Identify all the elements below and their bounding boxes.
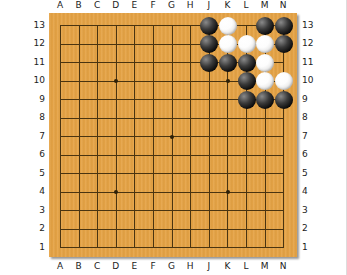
intersection-B5[interactable]	[70, 165, 88, 183]
intersection-L3[interactable]	[238, 202, 256, 220]
row-label-left-8: 8	[29, 112, 45, 123]
intersection-D10[interactable]	[107, 72, 125, 90]
intersection-E1[interactable]	[126, 239, 144, 257]
black-stone-L9	[238, 91, 256, 109]
intersection-F2[interactable]	[145, 220, 163, 238]
intersection-F9[interactable]	[145, 91, 163, 109]
intersection-A9[interactable]	[52, 91, 70, 109]
row-label-left-11: 11	[29, 57, 45, 68]
intersection-J1[interactable]	[200, 239, 218, 257]
col-label-top-L: L	[238, 0, 254, 11]
intersection-J7[interactable]	[200, 128, 218, 146]
row-label-left-9: 9	[29, 94, 45, 105]
white-stone-L12	[238, 35, 256, 53]
intersection-H11[interactable]	[182, 54, 200, 72]
intersection-N1[interactable]	[275, 239, 293, 257]
intersection-M2[interactable]	[256, 220, 274, 238]
intersection-A1[interactable]	[52, 239, 70, 257]
intersection-A10[interactable]	[52, 72, 70, 90]
intersection-D2[interactable]	[107, 220, 125, 238]
intersection-C5[interactable]	[89, 165, 107, 183]
row-label-left-12: 12	[29, 38, 45, 49]
intersection-L2[interactable]	[238, 220, 256, 238]
intersection-G13[interactable]	[163, 17, 181, 35]
intersection-F10[interactable]	[145, 72, 163, 90]
intersection-L11[interactable]	[238, 54, 256, 72]
intersection-B11[interactable]	[70, 54, 88, 72]
intersection-E8[interactable]	[126, 109, 144, 127]
intersection-M5[interactable]	[256, 165, 274, 183]
intersection-A6[interactable]	[52, 146, 70, 164]
intersection-F11[interactable]	[145, 54, 163, 72]
intersection-J11[interactable]	[200, 54, 218, 72]
black-stone-N12	[275, 35, 293, 53]
intersection-A12[interactable]	[52, 35, 70, 53]
row-label-left-4: 4	[29, 186, 45, 197]
col-label-bottom-L: L	[238, 261, 254, 272]
intersection-H4[interactable]	[182, 183, 200, 201]
col-label-bottom-H: H	[182, 261, 198, 272]
black-stone-N13	[275, 17, 293, 35]
col-label-top-A: A	[52, 0, 68, 11]
col-label-bottom-D: D	[108, 261, 124, 272]
intersection-D5[interactable]	[107, 165, 125, 183]
col-label-bottom-A: A	[52, 261, 68, 272]
black-stone-L10	[238, 72, 256, 90]
row-label-right-6: 6	[302, 149, 318, 160]
intersection-M4[interactable]	[256, 183, 274, 201]
intersection-A8[interactable]	[52, 109, 70, 127]
intersection-L5[interactable]	[238, 165, 256, 183]
intersection-D3[interactable]	[107, 202, 125, 220]
intersection-G1[interactable]	[163, 239, 181, 257]
black-stone-J12	[200, 35, 218, 53]
intersection-M12[interactable]	[256, 35, 274, 53]
intersection-K6[interactable]	[219, 146, 237, 164]
intersection-L1[interactable]	[238, 239, 256, 257]
intersection-C11[interactable]	[89, 54, 107, 72]
intersection-M8[interactable]	[256, 109, 274, 127]
row-label-left-13: 13	[29, 20, 45, 31]
intersection-F13[interactable]	[145, 17, 163, 35]
intersection-L10[interactable]	[238, 72, 256, 90]
intersection-C3[interactable]	[89, 202, 107, 220]
intersection-K9[interactable]	[219, 91, 237, 109]
intersection-H8[interactable]	[182, 109, 200, 127]
intersection-N4[interactable]	[275, 183, 293, 201]
intersection-A11[interactable]	[52, 54, 70, 72]
intersection-F7[interactable]	[145, 128, 163, 146]
col-label-top-H: H	[182, 0, 198, 11]
intersection-M10[interactable]	[256, 72, 274, 90]
intersection-A3[interactable]	[52, 202, 70, 220]
intersection-A4[interactable]	[52, 183, 70, 201]
col-label-top-D: D	[108, 0, 124, 11]
intersection-A7[interactable]	[52, 128, 70, 146]
row-label-left-5: 5	[29, 168, 45, 179]
intersection-C6[interactable]	[89, 146, 107, 164]
intersection-F12[interactable]	[145, 35, 163, 53]
col-label-bottom-F: F	[145, 261, 161, 272]
intersection-C2[interactable]	[89, 220, 107, 238]
intersection-H3[interactable]	[182, 202, 200, 220]
intersection-D4[interactable]	[107, 183, 125, 201]
intersection-B9[interactable]	[70, 91, 88, 109]
intersection-E6[interactable]	[126, 146, 144, 164]
intersection-E4[interactable]	[126, 183, 144, 201]
col-label-bottom-M: M	[257, 261, 273, 272]
intersection-B8[interactable]	[70, 109, 88, 127]
intersection-G12[interactable]	[163, 35, 181, 53]
intersection-N8[interactable]	[275, 109, 293, 127]
intersection-C7[interactable]	[89, 128, 107, 146]
intersection-L13[interactable]	[238, 17, 256, 35]
intersection-F8[interactable]	[145, 109, 163, 127]
row-label-right-2: 2	[302, 223, 318, 234]
col-label-bottom-G: G	[164, 261, 180, 272]
intersection-F4[interactable]	[145, 183, 163, 201]
goban[interactable]	[49, 13, 297, 257]
intersection-J8[interactable]	[200, 109, 218, 127]
intersection-B13[interactable]	[70, 17, 88, 35]
intersection-M13[interactable]	[256, 17, 274, 35]
intersection-E5[interactable]	[126, 165, 144, 183]
row-label-left-2: 2	[29, 223, 45, 234]
intersection-M7[interactable]	[256, 128, 274, 146]
intersection-H12[interactable]	[182, 35, 200, 53]
intersection-M6[interactable]	[256, 146, 274, 164]
intersection-J5[interactable]	[200, 165, 218, 183]
intersection-J6[interactable]	[200, 146, 218, 164]
row-label-left-3: 3	[29, 205, 45, 216]
intersection-K8[interactable]	[219, 109, 237, 127]
intersection-G4[interactable]	[163, 183, 181, 201]
intersection-G5[interactable]	[163, 165, 181, 183]
row-label-left-10: 10	[29, 75, 45, 86]
intersection-B7[interactable]	[70, 128, 88, 146]
black-stone-L11	[238, 54, 256, 72]
intersection-N13[interactable]	[275, 17, 293, 35]
col-label-bottom-N: N	[275, 261, 291, 272]
intersection-H13[interactable]	[182, 17, 200, 35]
intersection-K5[interactable]	[219, 165, 237, 183]
intersection-H7[interactable]	[182, 128, 200, 146]
intersection-N10[interactable]	[275, 72, 293, 90]
intersection-K13[interactable]	[219, 17, 237, 35]
intersection-D11[interactable]	[107, 54, 125, 72]
intersection-B4[interactable]	[70, 183, 88, 201]
intersection-N3[interactable]	[275, 202, 293, 220]
intersection-C13[interactable]	[89, 17, 107, 35]
white-stone-M10	[256, 72, 274, 90]
intersection-L12[interactable]	[238, 35, 256, 53]
intersection-G8[interactable]	[163, 109, 181, 127]
intersection-C12[interactable]	[89, 35, 107, 53]
black-stone-M9	[256, 91, 274, 109]
intersection-B10[interactable]	[70, 72, 88, 90]
row-label-left-1: 1	[29, 242, 45, 253]
black-stone-K11	[219, 54, 237, 72]
col-label-top-J: J	[201, 0, 217, 11]
intersection-B6[interactable]	[70, 146, 88, 164]
intersection-G10[interactable]	[163, 72, 181, 90]
intersection-C1[interactable]	[89, 239, 107, 257]
intersection-L9[interactable]	[238, 91, 256, 109]
intersection-D1[interactable]	[107, 239, 125, 257]
intersection-L8[interactable]	[238, 109, 256, 127]
col-label-top-M: M	[257, 0, 273, 11]
row-label-right-9: 9	[302, 94, 318, 105]
intersection-F6[interactable]	[145, 146, 163, 164]
intersection-B3[interactable]	[70, 202, 88, 220]
intersection-J13[interactable]	[200, 17, 218, 35]
col-label-top-N: N	[275, 0, 291, 11]
intersection-J4[interactable]	[200, 183, 218, 201]
intersection-D12[interactable]	[107, 35, 125, 53]
intersection-H5[interactable]	[182, 165, 200, 183]
intersection-K11[interactable]	[219, 54, 237, 72]
row-label-right-10: 10	[302, 75, 318, 86]
intersection-K1[interactable]	[219, 239, 237, 257]
row-label-left-7: 7	[29, 131, 45, 142]
intersection-H9[interactable]	[182, 91, 200, 109]
col-label-bottom-J: J	[201, 261, 217, 272]
intersection-L4[interactable]	[238, 183, 256, 201]
col-label-top-E: E	[126, 0, 142, 11]
col-label-top-C: C	[89, 0, 105, 11]
intersection-B1[interactable]	[70, 239, 88, 257]
intersection-G7[interactable]	[163, 128, 181, 146]
intersection-N9[interactable]	[275, 91, 293, 109]
intersection-M9[interactable]	[256, 91, 274, 109]
intersection-M3[interactable]	[256, 202, 274, 220]
intersection-E11[interactable]	[126, 54, 144, 72]
intersection-B2[interactable]	[70, 220, 88, 238]
row-label-left-6: 6	[29, 149, 45, 160]
intersection-K4[interactable]	[219, 183, 237, 201]
intersection-G9[interactable]	[163, 91, 181, 109]
intersection-E3[interactable]	[126, 202, 144, 220]
intersection-E9[interactable]	[126, 91, 144, 109]
intersection-A2[interactable]	[52, 220, 70, 238]
row-label-right-7: 7	[302, 131, 318, 142]
black-stone-J11	[200, 54, 218, 72]
intersection-A5[interactable]	[52, 165, 70, 183]
intersection-L7[interactable]	[238, 128, 256, 146]
intersection-J12[interactable]	[200, 35, 218, 53]
intersection-M1[interactable]	[256, 239, 274, 257]
intersection-E7[interactable]	[126, 128, 144, 146]
intersection-D8[interactable]	[107, 109, 125, 127]
intersection-E10[interactable]	[126, 72, 144, 90]
col-label-top-F: F	[145, 0, 161, 11]
black-stone-N9	[275, 91, 293, 109]
intersection-A13[interactable]	[52, 17, 70, 35]
intersection-D7[interactable]	[107, 128, 125, 146]
intersection-E13[interactable]	[126, 17, 144, 35]
white-stone-M11	[256, 54, 274, 72]
intersection-N5[interactable]	[275, 165, 293, 183]
intersection-B12[interactable]	[70, 35, 88, 53]
intersection-C9[interactable]	[89, 91, 107, 109]
col-label-bottom-K: K	[219, 261, 235, 272]
intersection-F1[interactable]	[145, 239, 163, 257]
intersection-D13[interactable]	[107, 17, 125, 35]
white-stone-K12	[219, 35, 237, 53]
black-stone-M13	[256, 17, 274, 35]
intersection-N12[interactable]	[275, 35, 293, 53]
intersection-F3[interactable]	[145, 202, 163, 220]
intersection-E2[interactable]	[126, 220, 144, 238]
intersection-C10[interactable]	[89, 72, 107, 90]
intersection-G11[interactable]	[163, 54, 181, 72]
row-label-right-13: 13	[302, 20, 318, 31]
col-label-top-B: B	[71, 0, 87, 11]
intersection-K2[interactable]	[219, 220, 237, 238]
intersection-J2[interactable]	[200, 220, 218, 238]
col-label-bottom-E: E	[126, 261, 142, 272]
intersection-C8[interactable]	[89, 109, 107, 127]
intersection-G6[interactable]	[163, 146, 181, 164]
intersection-H1[interactable]	[182, 239, 200, 257]
row-label-right-8: 8	[302, 112, 318, 123]
intersection-H10[interactable]	[182, 72, 200, 90]
intersection-N7[interactable]	[275, 128, 293, 146]
intersection-K7[interactable]	[219, 128, 237, 146]
col-label-bottom-C: C	[89, 261, 105, 272]
row-label-right-11: 11	[302, 57, 318, 68]
white-stone-K13	[219, 17, 237, 35]
row-label-right-1: 1	[302, 242, 318, 253]
col-label-bottom-B: B	[71, 261, 87, 272]
col-label-top-G: G	[164, 0, 180, 11]
intersection-J9[interactable]	[200, 91, 218, 109]
intersection-H2[interactable]	[182, 220, 200, 238]
intersection-H6[interactable]	[182, 146, 200, 164]
intersection-C4[interactable]	[89, 183, 107, 201]
intersection-L6[interactable]	[238, 146, 256, 164]
intersection-N2[interactable]	[275, 220, 293, 238]
intersection-E12[interactable]	[126, 35, 144, 53]
col-label-top-K: K	[219, 0, 235, 11]
intersection-K12[interactable]	[219, 35, 237, 53]
row-label-right-12: 12	[302, 38, 318, 49]
black-stone-J13	[200, 17, 218, 35]
intersection-D6[interactable]	[107, 146, 125, 164]
go-app-canvas: ABCDEFGHJKLMN ABCDEFGHJKLMN 131211109876…	[0, 0, 347, 275]
intersection-M11[interactable]	[256, 54, 274, 72]
intersection-J10[interactable]	[200, 72, 218, 90]
intersection-N6[interactable]	[275, 146, 293, 164]
intersection-N11[interactable]	[275, 54, 293, 72]
intersection-G2[interactable]	[163, 220, 181, 238]
intersection-K3[interactable]	[219, 202, 237, 220]
intersection-D9[interactable]	[107, 91, 125, 109]
intersection-K10[interactable]	[219, 72, 237, 90]
intersection-G3[interactable]	[163, 202, 181, 220]
white-stone-M12	[256, 35, 274, 53]
row-label-right-5: 5	[302, 168, 318, 179]
intersection-J3[interactable]	[200, 202, 218, 220]
intersection-F5[interactable]	[145, 165, 163, 183]
row-label-right-4: 4	[302, 186, 318, 197]
row-label-right-3: 3	[302, 205, 318, 216]
white-stone-N10	[275, 72, 293, 90]
